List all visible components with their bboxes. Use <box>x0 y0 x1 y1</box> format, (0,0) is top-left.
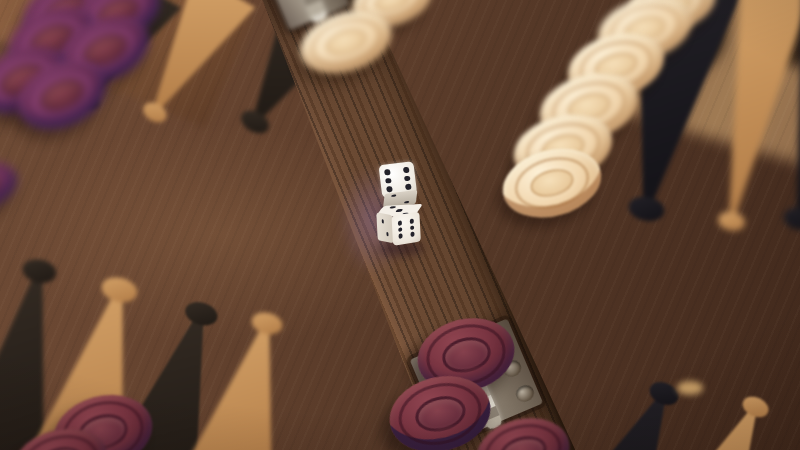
die-1[interactable] <box>378 161 419 209</box>
die-pip <box>388 207 396 209</box>
die-pip <box>387 232 389 236</box>
hinge-screw <box>514 383 537 405</box>
die-pip <box>399 234 403 239</box>
die-pip <box>398 227 402 232</box>
die-pip <box>398 220 402 225</box>
die-2[interactable] <box>376 204 424 246</box>
die-pip <box>391 194 396 197</box>
die-pip <box>382 219 384 223</box>
die-pip <box>410 232 414 237</box>
die-pip <box>385 169 392 175</box>
backgammon-photo-scene <box>0 0 800 450</box>
die-pip <box>402 167 409 173</box>
die-pip <box>386 178 393 184</box>
die-pip <box>387 186 394 192</box>
die-pip <box>403 175 410 181</box>
die-2-right-face <box>392 211 421 245</box>
wood-reflection-smudge <box>677 381 703 395</box>
die-pip <box>395 209 403 211</box>
die-pip <box>405 184 412 190</box>
die-pip <box>404 200 409 203</box>
die-pip <box>410 225 414 230</box>
die-pip <box>410 219 414 224</box>
